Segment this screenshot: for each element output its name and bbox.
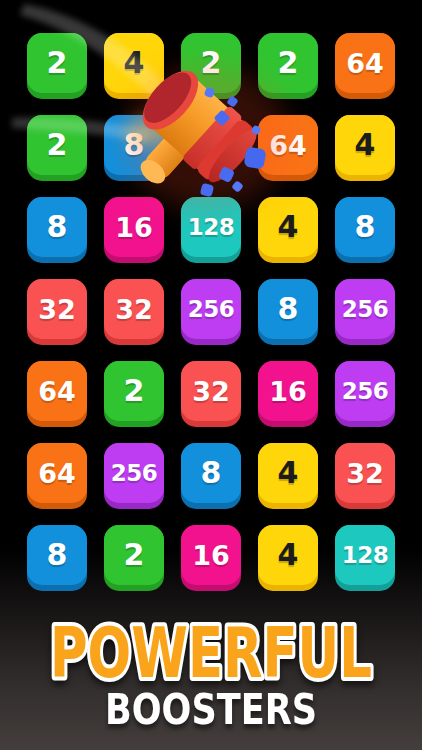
tile-number: 64 [269,132,307,159]
tile-face: 128 [181,197,241,257]
tile-4[interactable]: 4 [335,115,395,181]
tile-face: 16 [104,197,164,257]
tile-number: 32 [346,460,384,487]
tile-face: 2 [27,115,87,175]
tile-face: 256 [181,279,241,339]
tile-16[interactable]: 16 [181,525,241,591]
tile-2[interactable]: 2 [104,361,164,427]
tile-face: 16 [181,525,241,585]
tile-face: 4 [258,197,318,257]
tile-number: 4 [278,458,299,488]
tile-128[interactable]: 128 [181,197,241,263]
tile-number: 4 [124,48,145,78]
tile-4[interactable]: 4 [258,443,318,509]
tile-grid: 2422642864481612848323225682566423216256… [27,33,395,591]
tile-256[interactable]: 256 [181,279,241,345]
tile-number: 8 [278,294,299,324]
tile-64[interactable]: 64 [27,361,87,427]
tile-64[interactable]: 64 [27,443,87,509]
tile-8[interactable]: 8 [258,279,318,345]
tile-face: 8 [258,279,318,339]
tile-number: 2 [201,48,222,78]
tile-8[interactable]: 8 [181,443,241,509]
tile-4[interactable]: 4 [258,197,318,263]
tile-face: 8 [27,525,87,585]
tile-256[interactable]: 256 [335,279,395,345]
tile-face: 64 [27,361,87,421]
tile-number: 8 [201,458,222,488]
tile-256[interactable]: 256 [335,361,395,427]
tile-8[interactable]: 8 [104,115,164,181]
tile-number: 128 [342,544,389,567]
tile-32[interactable]: 32 [181,361,241,427]
tile-4[interactable]: 4 [258,525,318,591]
tile-face: 256 [104,443,164,503]
tile-number: 8 [355,212,376,242]
tile-16[interactable]: 16 [104,197,164,263]
tile-face: 2 [27,33,87,93]
tile-face: 2 [104,361,164,421]
tile-2[interactable]: 2 [104,525,164,591]
tile-number: 4 [278,540,299,570]
tile-number: 16 [192,542,230,569]
tile-number: 256 [342,380,389,403]
tile-face: 8 [335,197,395,257]
tile-number: 64 [38,460,76,487]
tile-face: 16 [258,361,318,421]
tile-number: 8 [124,130,145,160]
tile-128[interactable]: 128 [335,525,395,591]
tile-16[interactable]: 16 [258,361,318,427]
tile-64[interactable]: 64 [258,115,318,181]
tile-4[interactable]: 4 [104,33,164,99]
tile-face: 2 [104,525,164,585]
tile-32[interactable]: 32 [27,279,87,345]
tile-8[interactable]: 8 [27,525,87,591]
tile-number: 2 [124,376,145,406]
tile-face: 4 [258,525,318,585]
tile-8[interactable]: 8 [335,197,395,263]
tile-number: 2 [124,540,145,570]
tile-face: 32 [27,279,87,339]
tile-2[interactable]: 2 [27,33,87,99]
tile-number: 2 [278,48,299,78]
tile-number: 8 [47,540,68,570]
tile-64[interactable]: 64 [335,33,395,99]
tile-2[interactable]: 2 [258,33,318,99]
tile-number: 32 [115,296,153,323]
tile-face: 64 [335,33,395,93]
tile-number: 32 [38,296,76,323]
promo-screenshot: { "game": "2248-style number-merge puzzl… [0,0,422,750]
tile-face: 32 [181,361,241,421]
tile-face: 256 [335,361,395,421]
tile-face: 2 [258,33,318,93]
tile-number: 256 [188,298,235,321]
tile-8[interactable]: 8 [27,197,87,263]
tile-face: 256 [335,279,395,339]
tile-number: 4 [278,212,299,242]
tile-number: 16 [115,214,153,241]
tile-face: 2 [181,33,241,93]
tile-face: 8 [181,443,241,503]
tile-face: 4 [258,443,318,503]
debris-chip [243,146,266,169]
tile-face: 128 [335,525,395,585]
tile-number: 256 [111,462,158,485]
tile-2[interactable]: 2 [27,115,87,181]
tile-256[interactable]: 256 [104,443,164,509]
tile-face: 8 [104,115,164,175]
tile-number: 64 [346,50,384,77]
tile-face: 4 [104,33,164,93]
tile-number: 256 [342,298,389,321]
tile-number: 16 [269,378,307,405]
tile-number: 2 [47,48,68,78]
tile-face: 4 [335,115,395,175]
tile-number: 64 [38,378,76,405]
tile-number: 32 [192,378,230,405]
tile-face: 64 [258,115,318,175]
tile-32[interactable]: 32 [335,443,395,509]
tile-32[interactable]: 32 [104,279,164,345]
tile-face: 64 [27,443,87,503]
tile-number: 4 [355,130,376,160]
tile-number: 128 [188,216,235,239]
tile-face: 32 [104,279,164,339]
tile-number: 8 [47,212,68,242]
tile-number: 2 [47,130,68,160]
tile-face: 32 [335,443,395,503]
tile-face: 8 [27,197,87,257]
